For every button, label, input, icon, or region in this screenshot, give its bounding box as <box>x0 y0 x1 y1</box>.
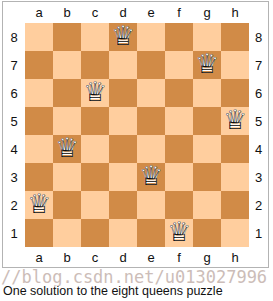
white-queen-f1: ♛♕ <box>165 219 193 247</box>
square-h8 <box>221 23 249 51</box>
square-c2 <box>81 191 109 219</box>
square-b4: ♛♕ <box>53 135 81 163</box>
square-c4 <box>81 135 109 163</box>
rank-label-right-6: 6 <box>249 79 268 107</box>
square-a8 <box>25 23 53 51</box>
square-a7 <box>25 51 53 79</box>
square-a1 <box>25 219 53 247</box>
file-label-bottom-f: f <box>165 247 193 267</box>
square-e4 <box>137 135 165 163</box>
rank-label-left-1: 1 <box>3 219 25 247</box>
square-e3: ♛♕ <box>137 163 165 191</box>
file-label-top-c: c <box>81 2 109 23</box>
square-g1 <box>193 219 221 247</box>
square-e8 <box>137 23 165 51</box>
square-h7 <box>221 51 249 79</box>
square-h1 <box>221 219 249 247</box>
white-queen-b4: ♛♕ <box>53 135 81 163</box>
board-corner <box>249 2 268 23</box>
chessboard: abcdefgh8♛♕87♛♕76♛♕65♛♕54♛♕43♛♕32♛♕21♛♕1… <box>3 2 268 267</box>
white-queen-outline-glyph: ♕ <box>25 190 53 218</box>
square-h5: ♛♕ <box>221 107 249 135</box>
rank-label-right-7: 7 <box>249 51 268 79</box>
file-label-bottom-d: d <box>109 247 137 267</box>
white-queen-e3: ♛♕ <box>137 163 165 191</box>
square-c8 <box>81 23 109 51</box>
file-label-top-a: a <box>25 2 53 23</box>
square-h3 <box>221 163 249 191</box>
white-queen-outline-glyph: ♕ <box>109 22 137 50</box>
square-f7 <box>165 51 193 79</box>
rank-label-right-2: 2 <box>249 191 268 219</box>
square-g4 <box>193 135 221 163</box>
square-h4 <box>221 135 249 163</box>
square-g8 <box>193 23 221 51</box>
file-label-bottom-c: c <box>81 247 109 267</box>
rank-label-left-3: 3 <box>3 163 25 191</box>
white-queen-outline-glyph: ♕ <box>137 162 165 190</box>
square-g3 <box>193 163 221 191</box>
file-label-bottom-b: b <box>53 247 81 267</box>
square-e1 <box>137 219 165 247</box>
square-e6 <box>137 79 165 107</box>
file-label-top-e: e <box>137 2 165 23</box>
square-e7 <box>137 51 165 79</box>
square-b6 <box>53 79 81 107</box>
square-f2 <box>165 191 193 219</box>
square-a4 <box>25 135 53 163</box>
file-label-bottom-e: e <box>137 247 165 267</box>
rank-label-left-2: 2 <box>3 191 25 219</box>
rank-label-right-4: 4 <box>249 135 268 163</box>
square-g7: ♛♕ <box>193 51 221 79</box>
file-label-top-b: b <box>53 2 81 23</box>
square-d6 <box>109 79 137 107</box>
square-c1 <box>81 219 109 247</box>
square-d7 <box>109 51 137 79</box>
board-corner <box>249 247 268 267</box>
square-a5 <box>25 107 53 135</box>
rank-label-left-5: 5 <box>3 107 25 135</box>
square-d2 <box>109 191 137 219</box>
square-c7 <box>81 51 109 79</box>
square-f1: ♛♕ <box>165 219 193 247</box>
square-e5 <box>137 107 165 135</box>
caption: One solution to the eight queens puzzle <box>3 284 271 299</box>
file-label-top-f: f <box>165 2 193 23</box>
file-label-bottom-a: a <box>25 247 53 267</box>
square-a6 <box>25 79 53 107</box>
screenshot-root: { "game": "chess", "diagram_subject": "e… <box>0 0 273 301</box>
rank-label-left-8: 8 <box>3 23 25 51</box>
rank-label-right-8: 8 <box>249 23 268 51</box>
rank-label-left-6: 6 <box>3 79 25 107</box>
rank-label-left-4: 4 <box>3 135 25 163</box>
square-e2 <box>137 191 165 219</box>
square-b5 <box>53 107 81 135</box>
file-label-top-h: h <box>221 2 249 23</box>
white-queen-d8: ♛♕ <box>109 23 137 51</box>
file-label-bottom-g: g <box>193 247 221 267</box>
rank-label-right-5: 5 <box>249 107 268 135</box>
square-d4 <box>109 135 137 163</box>
square-d3 <box>109 163 137 191</box>
square-b8 <box>53 23 81 51</box>
square-b2 <box>53 191 81 219</box>
white-queen-outline-glyph: ♕ <box>165 218 193 246</box>
white-queen-outline-glyph: ♕ <box>53 134 81 162</box>
square-d1 <box>109 219 137 247</box>
square-b7 <box>53 51 81 79</box>
white-queen-a2: ♛♕ <box>25 191 53 219</box>
square-f5 <box>165 107 193 135</box>
white-queen-g7: ♛♕ <box>193 51 221 79</box>
square-c5 <box>81 107 109 135</box>
square-a3 <box>25 163 53 191</box>
square-h6 <box>221 79 249 107</box>
chess-diagram: abcdefgh8♛♕87♛♕76♛♕65♛♕54♛♕43♛♕32♛♕21♛♕1… <box>2 1 269 268</box>
board-corner <box>3 247 25 267</box>
square-f8 <box>165 23 193 51</box>
square-c3 <box>81 163 109 191</box>
square-d5 <box>109 107 137 135</box>
square-h2 <box>221 191 249 219</box>
square-a2: ♛♕ <box>25 191 53 219</box>
square-c6: ♛♕ <box>81 79 109 107</box>
rank-label-right-1: 1 <box>249 219 268 247</box>
file-label-top-g: g <box>193 2 221 23</box>
square-b1 <box>53 219 81 247</box>
file-label-bottom-h: h <box>221 247 249 267</box>
square-b3 <box>53 163 81 191</box>
square-g6 <box>193 79 221 107</box>
white-queen-outline-glyph: ♕ <box>221 106 249 134</box>
white-queen-outline-glyph: ♕ <box>81 78 109 106</box>
white-queen-outline-glyph: ♕ <box>193 50 221 78</box>
board-corner <box>3 2 25 23</box>
rank-label-left-7: 7 <box>3 51 25 79</box>
rank-label-right-3: 3 <box>249 163 268 191</box>
square-f4 <box>165 135 193 163</box>
square-f3 <box>165 163 193 191</box>
square-d8: ♛♕ <box>109 23 137 51</box>
square-g5 <box>193 107 221 135</box>
square-g2 <box>193 191 221 219</box>
white-queen-h5: ♛♕ <box>221 107 249 135</box>
white-queen-c6: ♛♕ <box>81 79 109 107</box>
square-f6 <box>165 79 193 107</box>
